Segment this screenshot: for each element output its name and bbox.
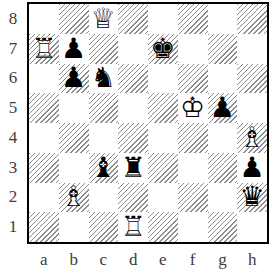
square-c2[interactable] — [89, 183, 119, 213]
white-bishop[interactable]: ♝♗ — [59, 183, 89, 213]
white-bishop[interactable]: ♝♗ — [237, 123, 267, 153]
square-h4[interactable]: ♝♗ — [237, 123, 267, 153]
rank-labels: 87654321 — [0, 4, 26, 242]
piece-glyph: ♟ — [59, 34, 89, 64]
square-g8[interactable] — [208, 4, 238, 34]
square-g1[interactable] — [208, 212, 238, 242]
square-c7[interactable] — [89, 34, 119, 64]
square-f2[interactable] — [178, 183, 208, 213]
file-label-c: c — [89, 246, 119, 274]
rank-label-7: 7 — [0, 34, 26, 64]
square-f4[interactable] — [178, 123, 208, 153]
square-b5[interactable] — [59, 93, 89, 123]
square-a1[interactable] — [29, 212, 59, 242]
square-g3[interactable] — [208, 153, 238, 183]
square-a5[interactable] — [29, 93, 59, 123]
square-h7[interactable] — [237, 34, 267, 64]
rank-label-8: 8 — [0, 4, 26, 34]
piece-glyph: ♝ — [89, 153, 119, 183]
black-knight[interactable]: ♞♞ — [89, 64, 119, 94]
square-f7[interactable] — [178, 34, 208, 64]
square-h3[interactable]: ♟♟ — [237, 153, 267, 183]
chess-board: ♛♕♜♖♟♟♚♚♟♟♞♞♚♔♟♟♝♗♝♝♜♜♟♟♝♗♛♛♜♖ — [27, 2, 269, 244]
square-g6[interactable] — [208, 64, 238, 94]
black-pawn[interactable]: ♟♟ — [59, 64, 89, 94]
rank-label-4: 4 — [0, 123, 26, 153]
square-e7[interactable]: ♚♚ — [148, 34, 178, 64]
piece-glyph: ♟ — [208, 93, 238, 123]
rank-label-1: 1 — [0, 212, 26, 242]
piece-glyph: ♟ — [237, 153, 267, 183]
square-h5[interactable] — [237, 93, 267, 123]
square-e5[interactable] — [148, 93, 178, 123]
square-a4[interactable] — [29, 123, 59, 153]
square-d4[interactable] — [118, 123, 148, 153]
piece-glyph: ♕ — [89, 4, 119, 34]
rank-label-3: 3 — [0, 153, 26, 183]
chess-diagram: 87654321 ♛♕♜♖♟♟♚♚♟♟♞♞♚♔♟♟♝♗♝♝♜♜♟♟♝♗♛♛♜♖ … — [0, 0, 279, 279]
square-g7[interactable] — [208, 34, 238, 64]
square-g2[interactable] — [208, 183, 238, 213]
square-b7[interactable]: ♟♟ — [59, 34, 89, 64]
black-queen[interactable]: ♛♛ — [237, 183, 267, 213]
square-e1[interactable] — [148, 212, 178, 242]
black-pawn[interactable]: ♟♟ — [59, 34, 89, 64]
square-e8[interactable] — [148, 4, 178, 34]
square-f8[interactable] — [178, 4, 208, 34]
file-label-h: h — [237, 246, 267, 274]
square-c5[interactable] — [89, 93, 119, 123]
square-c8[interactable]: ♛♕ — [89, 4, 119, 34]
square-a7[interactable]: ♜♖ — [29, 34, 59, 64]
rank-label-6: 6 — [0, 64, 26, 94]
square-b1[interactable] — [59, 212, 89, 242]
square-d1[interactable]: ♜♖ — [118, 212, 148, 242]
square-h8[interactable] — [237, 4, 267, 34]
file-label-f: f — [178, 246, 208, 274]
piece-glyph: ♛ — [237, 183, 267, 213]
square-h6[interactable] — [237, 64, 267, 94]
square-b8[interactable] — [59, 4, 89, 34]
square-a6[interactable] — [29, 64, 59, 94]
square-d6[interactable] — [118, 64, 148, 94]
square-b6[interactable]: ♟♟ — [59, 64, 89, 94]
piece-glyph: ♖ — [118, 212, 148, 242]
square-b4[interactable] — [59, 123, 89, 153]
square-a8[interactable] — [29, 4, 59, 34]
square-e4[interactable] — [148, 123, 178, 153]
square-e2[interactable] — [148, 183, 178, 213]
piece-glyph: ♗ — [59, 183, 89, 213]
square-e6[interactable] — [148, 64, 178, 94]
square-g5[interactable]: ♟♟ — [208, 93, 238, 123]
square-c3[interactable]: ♝♝ — [89, 153, 119, 183]
square-d7[interactable] — [118, 34, 148, 64]
square-f3[interactable] — [178, 153, 208, 183]
square-f6[interactable] — [178, 64, 208, 94]
square-g4[interactable] — [208, 123, 238, 153]
square-b2[interactable]: ♝♗ — [59, 183, 89, 213]
file-label-g: g — [208, 246, 238, 274]
square-h2[interactable]: ♛♛ — [237, 183, 267, 213]
piece-glyph: ♗ — [237, 123, 267, 153]
black-pawn[interactable]: ♟♟ — [237, 153, 267, 183]
white-king[interactable]: ♚♔ — [178, 93, 208, 123]
white-queen[interactable]: ♛♕ — [89, 4, 119, 34]
rank-label-5: 5 — [0, 93, 26, 123]
square-c6[interactable]: ♞♞ — [89, 64, 119, 94]
square-a3[interactable] — [29, 153, 59, 183]
file-labels: abcdefgh — [29, 246, 267, 274]
piece-glyph: ♜ — [118, 153, 148, 183]
square-b3[interactable] — [59, 153, 89, 183]
square-e3[interactable] — [148, 153, 178, 183]
black-pawn[interactable]: ♟♟ — [208, 93, 238, 123]
black-bishop[interactable]: ♝♝ — [89, 153, 119, 183]
square-f1[interactable] — [178, 212, 208, 242]
square-d8[interactable] — [118, 4, 148, 34]
file-label-e: e — [148, 246, 178, 274]
white-rook[interactable]: ♜♖ — [118, 212, 148, 242]
piece-glyph: ♔ — [178, 93, 208, 123]
file-label-a: a — [29, 246, 59, 274]
square-d5[interactable] — [118, 93, 148, 123]
black-rook[interactable]: ♜♜ — [118, 153, 148, 183]
square-d3[interactable]: ♜♜ — [118, 153, 148, 183]
piece-glyph: ♖ — [29, 34, 59, 64]
square-c1[interactable] — [89, 212, 119, 242]
piece-glyph: ♞ — [89, 64, 119, 94]
square-c4[interactable] — [89, 123, 119, 153]
piece-glyph: ♟ — [59, 64, 89, 94]
piece-glyph: ♚ — [148, 34, 178, 64]
square-a2[interactable] — [29, 183, 59, 213]
square-f5[interactable]: ♚♔ — [178, 93, 208, 123]
file-label-b: b — [59, 246, 89, 274]
black-king[interactable]: ♚♚ — [148, 34, 178, 64]
square-h1[interactable] — [237, 212, 267, 242]
white-rook[interactable]: ♜♖ — [29, 34, 59, 64]
rank-label-2: 2 — [0, 183, 26, 213]
square-d2[interactable] — [118, 183, 148, 213]
file-label-d: d — [118, 246, 148, 274]
